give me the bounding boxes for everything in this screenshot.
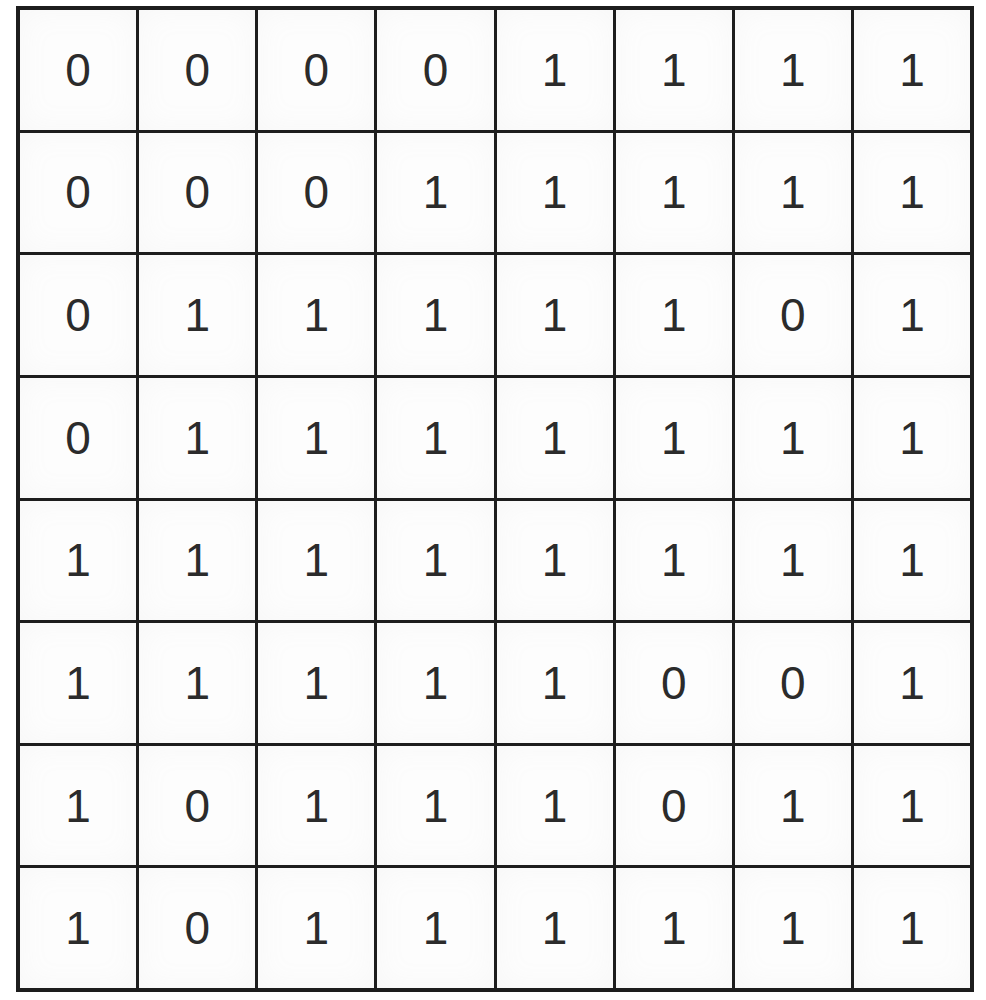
grid-cell: 1 bbox=[735, 378, 851, 498]
grid-cell: 0 bbox=[20, 378, 136, 498]
grid-cell: 1 bbox=[735, 746, 851, 866]
grid-cell: 1 bbox=[20, 746, 136, 866]
grid-cell: 1 bbox=[616, 10, 732, 130]
grid-cell: 1 bbox=[258, 501, 374, 621]
grid-cell: 1 bbox=[497, 133, 613, 253]
grid-cell: 0 bbox=[616, 623, 732, 743]
grid-cell: 1 bbox=[616, 255, 732, 375]
grid-cell: 0 bbox=[139, 746, 255, 866]
grid-cell: 1 bbox=[139, 378, 255, 498]
grid-cell: 1 bbox=[616, 378, 732, 498]
grid-cell: 1 bbox=[258, 255, 374, 375]
grid-cell: 1 bbox=[735, 10, 851, 130]
grid-cell: 1 bbox=[854, 623, 970, 743]
grid-cell: 0 bbox=[20, 255, 136, 375]
grid-cell: 1 bbox=[139, 623, 255, 743]
grid-cell: 1 bbox=[258, 378, 374, 498]
grid-cell: 1 bbox=[377, 623, 493, 743]
grid-cell: 0 bbox=[258, 133, 374, 253]
grid-cell: 0 bbox=[377, 10, 493, 130]
grid-cell: 1 bbox=[377, 133, 493, 253]
grid-cell: 0 bbox=[139, 868, 255, 988]
grid-cell: 1 bbox=[735, 501, 851, 621]
grid-cell: 1 bbox=[735, 868, 851, 988]
grid-cell: 1 bbox=[20, 501, 136, 621]
grid-cell: 1 bbox=[377, 255, 493, 375]
grid-cell: 1 bbox=[377, 378, 493, 498]
grid-cell: 1 bbox=[616, 501, 732, 621]
grid-cell: 1 bbox=[854, 746, 970, 866]
grid-cell: 1 bbox=[20, 623, 136, 743]
grid-cell: 0 bbox=[735, 255, 851, 375]
grid-cell: 1 bbox=[854, 378, 970, 498]
grid-cell: 1 bbox=[497, 501, 613, 621]
grid-cell: 1 bbox=[20, 868, 136, 988]
grid-cell: 0 bbox=[735, 623, 851, 743]
grid-cell: 1 bbox=[735, 133, 851, 253]
grid-cell: 0 bbox=[139, 133, 255, 253]
grid-cell: 1 bbox=[497, 10, 613, 130]
grid-cell: 1 bbox=[854, 255, 970, 375]
grid-cell: 1 bbox=[377, 746, 493, 866]
grid-cell: 1 bbox=[497, 378, 613, 498]
grid-cell: 1 bbox=[854, 133, 970, 253]
grid-cell: 0 bbox=[258, 10, 374, 130]
binary-grid-board: 0000111100011111011111010111111111111111… bbox=[16, 6, 974, 992]
grid-cell: 0 bbox=[139, 10, 255, 130]
grid-cell: 1 bbox=[497, 746, 613, 866]
grid-cell: 1 bbox=[854, 868, 970, 988]
grid-cell: 1 bbox=[377, 868, 493, 988]
grid-cell: 1 bbox=[616, 133, 732, 253]
grid-cell: 1 bbox=[854, 501, 970, 621]
grid-cell: 1 bbox=[854, 10, 970, 130]
grid-cell: 1 bbox=[616, 868, 732, 988]
grid-cell: 1 bbox=[139, 255, 255, 375]
grid-cell: 1 bbox=[258, 746, 374, 866]
grid-cell: 1 bbox=[497, 623, 613, 743]
grid-cell: 1 bbox=[497, 868, 613, 988]
grid-cell: 1 bbox=[139, 501, 255, 621]
grid-cell: 1 bbox=[258, 623, 374, 743]
grid-cell: 0 bbox=[616, 746, 732, 866]
grid-cell: 0 bbox=[20, 10, 136, 130]
grid-cell: 1 bbox=[497, 255, 613, 375]
grid-cell: 1 bbox=[258, 868, 374, 988]
grid-cell: 0 bbox=[20, 133, 136, 253]
grid-cell: 1 bbox=[377, 501, 493, 621]
